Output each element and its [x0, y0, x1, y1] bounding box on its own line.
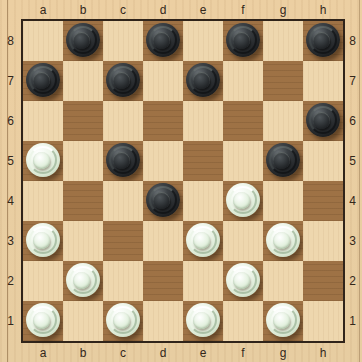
- square-b5[interactable]: [63, 141, 103, 181]
- square-a4[interactable]: [23, 181, 63, 221]
- square-a5[interactable]: [23, 141, 63, 181]
- piece-black-man-b8[interactable]: [66, 23, 100, 57]
- rank-label-left-1: 1: [0, 301, 21, 341]
- file-labels-bottom: abcdefgh: [23, 343, 343, 362]
- file-label-bottom-e: e: [183, 343, 223, 362]
- piece-white-man-c1[interactable]: [106, 303, 140, 337]
- square-a6[interactable]: [23, 101, 63, 141]
- file-label-top-d: d: [143, 0, 183, 19]
- piece-black-man-h6[interactable]: [306, 103, 340, 137]
- piece-black-man-c5[interactable]: [106, 143, 140, 177]
- piece-black-man-d4[interactable]: [146, 183, 180, 217]
- piece-hub: [193, 312, 210, 329]
- square-c6[interactable]: [103, 101, 143, 141]
- square-e6[interactable]: [183, 101, 223, 141]
- file-labels-top: abcdefgh: [23, 0, 343, 19]
- square-a8[interactable]: [23, 21, 63, 61]
- piece-black-man-e7[interactable]: [186, 63, 220, 97]
- square-h5[interactable]: [303, 141, 343, 181]
- rank-label-left-5: 5: [0, 141, 21, 181]
- piece-hub: [233, 192, 250, 209]
- square-b6[interactable]: [63, 101, 103, 141]
- square-d1[interactable]: [143, 301, 183, 341]
- rank-labels-left: 87654321: [0, 21, 21, 341]
- square-d2[interactable]: [143, 261, 183, 301]
- file-label-bottom-h: h: [303, 343, 343, 362]
- square-g3[interactable]: [263, 221, 303, 261]
- piece-hub: [153, 192, 170, 209]
- piece-hub: [273, 232, 290, 249]
- file-label-top-f: f: [223, 0, 263, 19]
- rank-label-right-2: 2: [345, 261, 360, 301]
- rank-label-left-4: 4: [0, 181, 21, 221]
- piece-hub: [273, 152, 290, 169]
- piece-white-man-g3[interactable]: [266, 223, 300, 257]
- square-c2[interactable]: [103, 261, 143, 301]
- piece-black-man-a7[interactable]: [26, 63, 60, 97]
- piece-hub: [153, 32, 170, 49]
- rank-label-left-8: 8: [0, 21, 21, 61]
- piece-white-man-b2[interactable]: [66, 263, 100, 297]
- square-f1[interactable]: [223, 301, 263, 341]
- square-e2[interactable]: [183, 261, 223, 301]
- piece-hub: [33, 152, 50, 169]
- piece-black-man-f8[interactable]: [226, 23, 260, 57]
- square-g4[interactable]: [263, 181, 303, 221]
- square-g1[interactable]: [263, 301, 303, 341]
- piece-white-man-f2[interactable]: [226, 263, 260, 297]
- board-grid: [21, 19, 345, 343]
- rank-label-left-7: 7: [0, 61, 21, 101]
- piece-hub: [313, 112, 330, 129]
- piece-hub: [73, 32, 90, 49]
- piece-hub: [233, 272, 250, 289]
- piece-black-man-d8[interactable]: [146, 23, 180, 57]
- piece-hub: [33, 312, 50, 329]
- piece-hub: [193, 72, 210, 89]
- piece-hub: [73, 272, 90, 289]
- rank-label-right-1: 1: [345, 301, 360, 341]
- file-label-bottom-d: d: [143, 343, 183, 362]
- square-d7[interactable]: [143, 61, 183, 101]
- square-e5[interactable]: [183, 141, 223, 181]
- piece-white-man-f4[interactable]: [226, 183, 260, 217]
- piece-white-man-a1[interactable]: [26, 303, 60, 337]
- piece-hub: [33, 72, 50, 89]
- square-d8[interactable]: [143, 21, 183, 61]
- piece-white-man-e1[interactable]: [186, 303, 220, 337]
- square-d6[interactable]: [143, 101, 183, 141]
- square-c5[interactable]: [103, 141, 143, 181]
- square-b1[interactable]: [63, 301, 103, 341]
- rank-label-left-2: 2: [0, 261, 21, 301]
- square-d3[interactable]: [143, 221, 183, 261]
- square-a7[interactable]: [23, 61, 63, 101]
- piece-hub: [113, 152, 130, 169]
- piece-white-man-g1[interactable]: [266, 303, 300, 337]
- square-b2[interactable]: [63, 261, 103, 301]
- square-e1[interactable]: [183, 301, 223, 341]
- square-b3[interactable]: [63, 221, 103, 261]
- square-e7[interactable]: [183, 61, 223, 101]
- file-label-bottom-g: g: [263, 343, 303, 362]
- rank-labels-right: 87654321: [345, 21, 360, 341]
- rank-label-right-7: 7: [345, 61, 360, 101]
- piece-hub: [33, 232, 50, 249]
- square-h1[interactable]: [303, 301, 343, 341]
- square-d4[interactable]: [143, 181, 183, 221]
- rank-label-left-3: 3: [0, 221, 21, 261]
- rank-label-right-6: 6: [345, 101, 360, 141]
- rank-label-right-5: 5: [345, 141, 360, 181]
- piece-hub: [313, 32, 330, 49]
- piece-hub: [113, 312, 130, 329]
- square-e8[interactable]: [183, 21, 223, 61]
- file-label-bottom-c: c: [103, 343, 143, 362]
- square-f6[interactable]: [223, 101, 263, 141]
- square-f2[interactable]: [223, 261, 263, 301]
- square-c1[interactable]: [103, 301, 143, 341]
- square-f5[interactable]: [223, 141, 263, 181]
- rank-label-right-8: 8: [345, 21, 360, 61]
- square-b4[interactable]: [63, 181, 103, 221]
- square-g8[interactable]: [263, 21, 303, 61]
- rank-label-right-3: 3: [345, 221, 360, 261]
- square-c8[interactable]: [103, 21, 143, 61]
- file-label-bottom-a: a: [23, 343, 63, 362]
- piece-hub: [193, 232, 210, 249]
- piece-hub: [273, 312, 290, 329]
- square-h3[interactable]: [303, 221, 343, 261]
- square-g5[interactable]: [263, 141, 303, 181]
- piece-white-man-a5[interactable]: [26, 143, 60, 177]
- square-b7[interactable]: [63, 61, 103, 101]
- file-label-bottom-b: b: [63, 343, 103, 362]
- square-a1[interactable]: [23, 301, 63, 341]
- square-e4[interactable]: [183, 181, 223, 221]
- square-f3[interactable]: [223, 221, 263, 261]
- file-label-top-e: e: [183, 0, 223, 19]
- square-h7[interactable]: [303, 61, 343, 101]
- square-f8[interactable]: [223, 21, 263, 61]
- square-a3[interactable]: [23, 221, 63, 261]
- square-b8[interactable]: [63, 21, 103, 61]
- square-c3[interactable]: [103, 221, 143, 261]
- square-h4[interactable]: [303, 181, 343, 221]
- piece-white-man-e3[interactable]: [186, 223, 220, 257]
- piece-black-man-c7[interactable]: [106, 63, 140, 97]
- file-label-top-c: c: [103, 0, 143, 19]
- square-h6[interactable]: [303, 101, 343, 141]
- piece-hub: [113, 72, 130, 89]
- square-e3[interactable]: [183, 221, 223, 261]
- square-h2[interactable]: [303, 261, 343, 301]
- square-a2[interactable]: [23, 261, 63, 301]
- square-c7[interactable]: [103, 61, 143, 101]
- rank-label-right-4: 4: [345, 181, 360, 221]
- square-g2[interactable]: [263, 261, 303, 301]
- piece-hub: [233, 32, 250, 49]
- file-label-top-a: a: [23, 0, 63, 19]
- checkers-board-frame: abcdefgh abcdefgh 87654321 87654321: [0, 0, 362, 362]
- file-label-top-b: b: [63, 0, 103, 19]
- square-g6[interactable]: [263, 101, 303, 141]
- rank-label-left-6: 6: [0, 101, 21, 141]
- square-f4[interactable]: [223, 181, 263, 221]
- piece-black-man-h8[interactable]: [306, 23, 340, 57]
- square-f7[interactable]: [223, 61, 263, 101]
- file-label-top-h: h: [303, 0, 343, 19]
- file-label-bottom-f: f: [223, 343, 263, 362]
- piece-white-man-a3[interactable]: [26, 223, 60, 257]
- piece-black-man-g5[interactable]: [266, 143, 300, 177]
- square-c4[interactable]: [103, 181, 143, 221]
- file-label-top-g: g: [263, 0, 303, 19]
- square-h8[interactable]: [303, 21, 343, 61]
- square-g7[interactable]: [263, 61, 303, 101]
- square-d5[interactable]: [143, 141, 183, 181]
